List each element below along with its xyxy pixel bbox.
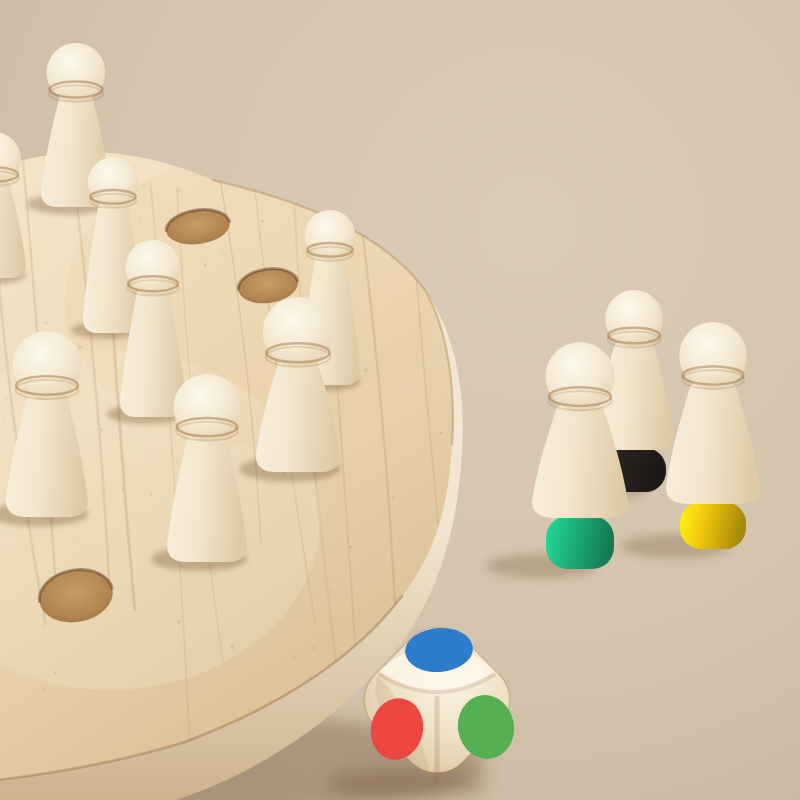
product-photo-stage	[0, 0, 800, 800]
peg-head	[679, 322, 747, 390]
scene-canvas	[0, 0, 800, 800]
peg-head	[605, 290, 663, 348]
peg-head	[125, 240, 180, 295]
peg-head	[263, 297, 334, 368]
die-cast-shadow	[327, 769, 487, 799]
peg-base-yellow	[680, 502, 746, 549]
peg-head	[13, 331, 82, 400]
peg-head	[173, 374, 240, 441]
peg-base-green	[546, 516, 614, 569]
peg-head	[47, 43, 106, 102]
peg-head	[545, 342, 614, 411]
